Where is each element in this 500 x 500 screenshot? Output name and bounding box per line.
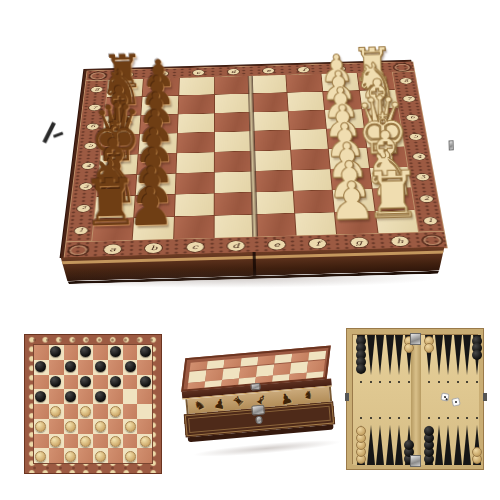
hinge-bottom-icon (410, 455, 421, 467)
chess-square (178, 113, 214, 133)
chess-square (179, 77, 214, 95)
checker-piece-cream (140, 436, 151, 447)
chess-square (175, 194, 214, 216)
chess-square (174, 216, 214, 239)
point-dot-icon (398, 381, 400, 383)
checker-piece-black (95, 361, 106, 372)
point-dot-icon (389, 381, 391, 383)
point-dot-icon (379, 381, 381, 383)
box-shadow (192, 437, 342, 460)
checkers-square (64, 345, 79, 360)
main-chess-board-photo: aa88bb77cc66dd55ee44ff33gg22hh11 ♜♞♝♛♚♝♞… (0, 0, 500, 312)
latch-right-icon (483, 393, 487, 401)
point-dot-icon (370, 381, 372, 383)
checkers-square (49, 448, 64, 463)
chess-square (176, 152, 214, 173)
checkers-square (49, 360, 64, 375)
checker-piece-black (110, 376, 121, 387)
lid-clasp-plate-icon (250, 383, 261, 391)
backgammon-point (386, 425, 394, 465)
box-content-piece-pawn: ♟ (213, 396, 227, 411)
backgammon-checker-black (472, 350, 482, 360)
checkers-square (49, 419, 64, 434)
checkers-square (93, 434, 108, 449)
backgammon-field (353, 335, 479, 465)
box-hasp-loop-icon (255, 416, 263, 425)
checker-piece-cream (35, 421, 46, 432)
backgammon-point (463, 335, 471, 375)
chess-square (253, 150, 291, 171)
checkers-square (93, 375, 108, 390)
board-shadow (70, 268, 440, 288)
checker-piece-cream (110, 406, 121, 417)
point-dot-icon (370, 417, 372, 419)
backgammon-checker-cream (472, 447, 482, 457)
checker-piece-black (140, 376, 151, 387)
chess-square (215, 131, 252, 151)
checker-piece-cream (80, 406, 91, 417)
checkers-square (34, 345, 49, 360)
point-dot-icon (379, 417, 381, 419)
backgammon-point (435, 335, 443, 375)
chess-square (252, 111, 289, 131)
checker-piece-black (50, 376, 61, 387)
checker-piece-black (110, 346, 121, 357)
backgammon-point (367, 425, 375, 465)
point-dot-icon (476, 381, 478, 383)
chess-square (215, 76, 250, 94)
checker-piece-black (80, 376, 91, 387)
point-dot-icon (438, 381, 440, 383)
checkers-grid (33, 344, 153, 464)
backgammon-point (367, 335, 375, 375)
checkers-square (137, 448, 152, 463)
point-dot-icon (389, 417, 391, 419)
chess-piece-dark-pawn: ♟ (126, 180, 175, 234)
box-content-piece-knight: ♞ (302, 388, 315, 401)
checkers-square (108, 360, 123, 375)
backgammon-point (435, 425, 443, 465)
checkers-square (49, 389, 64, 404)
chess-pieces-layer: ♜♞♝♛♚♝♞♜♟♟♟♟♟♟♟♟♟♟♟♟♟♟♟♟♜♞♝♛♚♝♞♜ (0, 0, 495, 7)
checkers-square (137, 360, 152, 375)
checker-piece-cream (65, 421, 76, 432)
checkers-square (93, 345, 108, 360)
chess-square (175, 172, 213, 194)
chess-square (215, 193, 254, 215)
die-pip (445, 398, 447, 400)
clasp-right-icon (449, 140, 454, 150)
backgammon-checker-black (356, 364, 366, 374)
point-dot-icon (457, 417, 459, 419)
checkers-square (64, 404, 79, 419)
rank-label-right: 2 (419, 194, 435, 202)
folded-box-photo: ♞♟♜♝♟♞ (176, 345, 340, 460)
checker-piece-cream (65, 451, 76, 462)
checker-piece-black (65, 391, 76, 402)
point-dot-icon (360, 381, 362, 383)
backgammon-point (376, 335, 384, 375)
checker-piece-black (35, 361, 46, 372)
backgammon-point (376, 425, 384, 465)
point-dot-icon (408, 417, 410, 419)
checker-piece-cream (95, 421, 106, 432)
chess-square (177, 132, 214, 152)
clasp-left-icon (42, 122, 55, 143)
checker-piece-cream (125, 421, 136, 432)
chess-square (215, 94, 251, 113)
point-dot-icon (428, 417, 430, 419)
checkers-square (108, 389, 123, 404)
checkers-square (78, 389, 93, 404)
chess-square (252, 130, 290, 150)
checkers-square (108, 448, 123, 463)
chess-square (254, 191, 294, 213)
checkers-square (137, 389, 152, 404)
checker-piece-black (35, 391, 46, 402)
checkers-square (108, 419, 123, 434)
checker-piece-cream (125, 451, 136, 462)
checkers-square (123, 375, 138, 390)
checkers-square (64, 434, 79, 449)
chess-square (290, 129, 328, 149)
point-dot-icon (438, 417, 440, 419)
checkers-square (123, 404, 138, 419)
chess-square (215, 112, 251, 132)
checkers-square (137, 404, 152, 419)
checker-piece-black (80, 346, 91, 357)
checker-piece-black (140, 346, 151, 357)
backgammon-checker-cream (356, 426, 366, 436)
backgammon-point (444, 335, 452, 375)
checkers-square (137, 419, 152, 434)
chess-square (287, 92, 324, 111)
backgammon-point (454, 335, 462, 375)
checkers-square (123, 434, 138, 449)
checkers-square (93, 404, 108, 419)
point-dot-icon (428, 381, 430, 383)
backgammon-point (444, 425, 452, 465)
checkers-square (64, 375, 79, 390)
die-pip (455, 401, 457, 403)
checker-piece-cream (50, 436, 61, 447)
point-dot-icon (408, 381, 410, 383)
backgammon-point (395, 425, 403, 465)
checkers-square (34, 404, 49, 419)
point-dot-icon (447, 417, 449, 419)
backgammon-point (395, 335, 403, 375)
box-content-piece-knight: ♞ (192, 397, 207, 412)
checkers-square (34, 375, 49, 390)
backgammon-point (454, 425, 462, 465)
checker-piece-black (65, 361, 76, 372)
point-dot-icon (447, 381, 449, 383)
product-composite-image: aa88bb77cc66dd55ee44ff33gg22hh11 ♜♞♝♛♚♝♞… (0, 0, 500, 500)
checkers-square (78, 419, 93, 434)
point-dot-icon (466, 417, 468, 419)
chess-square (251, 75, 287, 93)
checker-piece-cream (80, 436, 91, 447)
chess-square (288, 110, 326, 130)
chess-square (178, 95, 214, 114)
backgammon-point (463, 425, 471, 465)
point-dot-icon (398, 417, 400, 419)
checker-piece-cream (95, 451, 106, 462)
chess-square (215, 214, 255, 237)
checkers-square (78, 448, 93, 463)
hinge-top-icon (410, 333, 421, 345)
checkers-square (123, 389, 138, 404)
point-dot-icon (466, 381, 468, 383)
backgammon-checker-black (404, 440, 414, 450)
die-icon (440, 392, 449, 401)
backgammon-checker-cream (424, 343, 434, 353)
checker-piece-cream (35, 451, 46, 462)
backgammon-board-photo (346, 328, 484, 470)
box-hasp-icon (251, 404, 265, 415)
clasp-left-hook-icon (53, 132, 63, 138)
checkers-square (123, 345, 138, 360)
chess-square (286, 74, 322, 92)
chess-square (251, 93, 287, 112)
checker-piece-black (125, 361, 136, 372)
chess-square (215, 171, 253, 193)
checkers-square (34, 434, 49, 449)
chess-piece-light-rook: ♜ (363, 162, 422, 228)
checker-piece-black (95, 391, 106, 402)
chess-square (255, 213, 296, 236)
point-dot-icon (360, 417, 362, 419)
backgammon-checker-black (424, 426, 434, 436)
checker-piece-cream (50, 406, 61, 417)
die-icon (451, 397, 461, 407)
checkers-board-photo (24, 334, 162, 474)
checker-piece-black (50, 346, 61, 357)
point-dot-icon (457, 381, 459, 383)
chess-square (215, 151, 253, 172)
backgammon-point (386, 335, 394, 375)
box-content-piece-rook: ♜ (231, 394, 246, 409)
chess-square (254, 170, 293, 192)
checkers-square (78, 360, 93, 375)
checker-piece-cream (110, 436, 121, 447)
latch-left-icon (345, 393, 349, 401)
point-dot-icon (476, 417, 478, 419)
